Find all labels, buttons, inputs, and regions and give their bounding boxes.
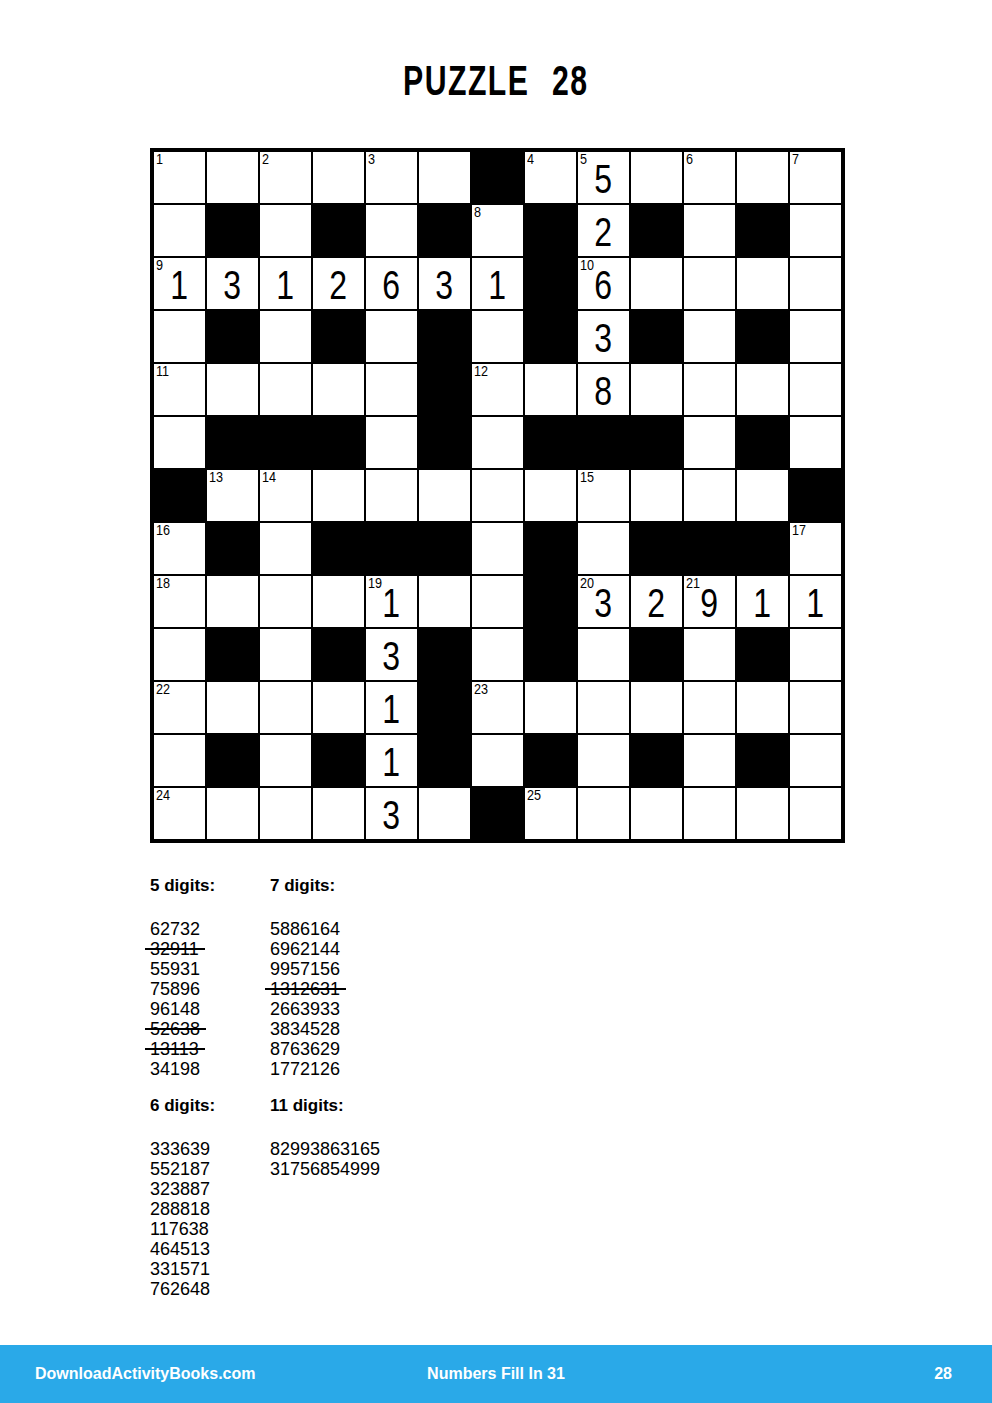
cell-6-5[interactable] [365, 416, 418, 469]
cell-12-3[interactable] [259, 734, 312, 787]
list-11-digits: 11 digits: 8299386316531756854999 [270, 1096, 380, 1179]
cell-5-9[interactable]: 8 [577, 363, 630, 416]
list-number-struck: 32911 [150, 939, 199, 959]
cell-4-9[interactable]: 3 [577, 310, 630, 363]
cell-11-9[interactable] [577, 681, 630, 734]
footer-website: DownloadActivityBooks.com [35, 1365, 255, 1383]
cell-2-7[interactable]: 8 [471, 204, 524, 257]
clue-number: 21 [686, 576, 700, 591]
cell-1-13[interactable]: 7 [789, 151, 842, 204]
list-number: 55931 [150, 959, 200, 979]
cell-9-5[interactable]: 191 [365, 575, 418, 628]
cell-9-11[interactable]: 219 [683, 575, 736, 628]
list-number: 552187 [150, 1159, 210, 1179]
cell-6-2 [206, 416, 259, 469]
cell-1-1[interactable]: 1 [153, 151, 206, 204]
cell-4-11[interactable] [683, 310, 736, 363]
cell-5-12[interactable] [736, 363, 789, 416]
list-number-struck: 52638 [150, 1019, 200, 1039]
cell-4-2 [206, 310, 259, 363]
clue-number: 3 [368, 152, 375, 167]
cell-9-4[interactable] [312, 575, 365, 628]
cell-12-8 [524, 734, 577, 787]
cell-6-7[interactable] [471, 416, 524, 469]
cell-7-13 [789, 469, 842, 522]
cell-7-8[interactable] [524, 469, 577, 522]
cell-8-3[interactable] [259, 522, 312, 575]
cell-digit: 1 [383, 686, 401, 729]
clue-number: 12 [474, 364, 488, 379]
cell-5-4[interactable] [312, 363, 365, 416]
cell-digit: 3 [224, 262, 242, 305]
cell-2-11[interactable] [683, 204, 736, 257]
cell-2-1[interactable] [153, 204, 206, 257]
cell-digit: 1 [807, 580, 825, 623]
cell-1-8[interactable]: 4 [524, 151, 577, 204]
cell-8-12 [736, 522, 789, 575]
cell-10-3[interactable] [259, 628, 312, 681]
cell-digit: 3 [595, 315, 613, 358]
clue-number: 8 [474, 205, 481, 220]
list-number: 34198 [150, 1059, 200, 1079]
cell-8-6 [418, 522, 471, 575]
cell-digit: 1 [171, 262, 189, 305]
cell-13-4[interactable] [312, 787, 365, 840]
cell-digit: 2 [330, 262, 348, 305]
cell-8-8 [524, 522, 577, 575]
list-number: 5886164 [270, 919, 340, 939]
cell-11-6 [418, 681, 471, 734]
page-title: PUZZLE 28 [0, 60, 992, 102]
cell-12-7[interactable] [471, 734, 524, 787]
cell-9-6[interactable] [418, 575, 471, 628]
list-heading-11-digits: 11 digits: [270, 1096, 380, 1116]
cell-1-10[interactable] [630, 151, 683, 204]
cell-12-4 [312, 734, 365, 787]
cell-13-3[interactable] [259, 787, 312, 840]
cell-6-13[interactable] [789, 416, 842, 469]
cell-2-8 [524, 204, 577, 257]
cell-5-13[interactable] [789, 363, 842, 416]
cell-11-3[interactable] [259, 681, 312, 734]
cell-4-6 [418, 310, 471, 363]
cell-7-12[interactable] [736, 469, 789, 522]
cell-1-4[interactable] [312, 151, 365, 204]
cell-digit: 5 [595, 156, 613, 199]
cell-6-8 [524, 416, 577, 469]
cell-3-6[interactable]: 3 [418, 257, 471, 310]
cell-digit: 1 [383, 739, 401, 782]
cell-11-7[interactable]: 23 [471, 681, 524, 734]
clue-number: 18 [156, 576, 170, 591]
cell-9-9[interactable]: 203 [577, 575, 630, 628]
cell-9-8 [524, 575, 577, 628]
cell-2-2 [206, 204, 259, 257]
cell-2-9[interactable]: 2 [577, 204, 630, 257]
cell-11-1[interactable]: 22 [153, 681, 206, 734]
cell-9-1[interactable]: 18 [153, 575, 206, 628]
cell-12-6 [418, 734, 471, 787]
cell-digit: 6 [383, 262, 401, 305]
list-number: 9957156 [270, 959, 340, 979]
footer-bar: DownloadActivityBooks.com Numbers Fill I… [0, 1345, 992, 1403]
cell-13-7 [471, 787, 524, 840]
cell-digit: 1 [754, 580, 772, 623]
cell-4-10 [630, 310, 683, 363]
clue-number: 5 [580, 152, 587, 167]
cell-3-5[interactable]: 6 [365, 257, 418, 310]
cell-13-1[interactable]: 24 [153, 787, 206, 840]
list-number: 82993863165 [270, 1139, 380, 1159]
cell-8-1[interactable]: 16 [153, 522, 206, 575]
cell-10-11[interactable] [683, 628, 736, 681]
cell-5-2[interactable] [206, 363, 259, 416]
cell-7-9[interactable]: 15 [577, 469, 630, 522]
cell-8-13[interactable]: 17 [789, 522, 842, 575]
cell-5-11[interactable] [683, 363, 736, 416]
cell-3-4[interactable]: 2 [312, 257, 365, 310]
cell-7-10[interactable] [630, 469, 683, 522]
cell-11-13[interactable] [789, 681, 842, 734]
cell-digit: 3 [383, 633, 401, 676]
cell-12-11[interactable] [683, 734, 736, 787]
cell-13-10[interactable] [630, 787, 683, 840]
cell-4-5[interactable] [365, 310, 418, 363]
cell-7-2[interactable]: 13 [206, 469, 259, 522]
cell-7-11[interactable] [683, 469, 736, 522]
list-heading-5-digits: 5 digits: [150, 876, 215, 896]
list-number: 2663933 [270, 999, 340, 1019]
cell-12-13[interactable] [789, 734, 842, 787]
cell-10-2 [206, 628, 259, 681]
cell-3-2[interactable]: 3 [206, 257, 259, 310]
cell-4-1[interactable] [153, 310, 206, 363]
list-number: 3834528 [270, 1019, 340, 1039]
list-number: 62732 [150, 919, 200, 939]
cell-8-9[interactable] [577, 522, 630, 575]
cell-digit: 2 [595, 209, 613, 252]
cell-13-13[interactable] [789, 787, 842, 840]
cell-digit: 8 [595, 368, 613, 411]
cell-6-10 [630, 416, 683, 469]
cell-4-7[interactable] [471, 310, 524, 363]
list-number: 331571 [150, 1259, 210, 1279]
clue-number: 16 [156, 523, 170, 538]
cell-13-12[interactable] [736, 787, 789, 840]
cell-1-3[interactable]: 2 [259, 151, 312, 204]
clue-number: 25 [527, 788, 541, 803]
cell-13-6[interactable] [418, 787, 471, 840]
footer-page-number: 28 [934, 1365, 952, 1383]
cell-6-11[interactable] [683, 416, 736, 469]
cell-3-10[interactable] [630, 257, 683, 310]
cell-10-8 [524, 628, 577, 681]
cell-10-9[interactable] [577, 628, 630, 681]
cell-12-1[interactable] [153, 734, 206, 787]
cell-1-6[interactable] [418, 151, 471, 204]
cell-2-10 [630, 204, 683, 257]
cell-1-5[interactable]: 3 [365, 151, 418, 204]
cell-10-4 [312, 628, 365, 681]
list-number-struck: 13113 [150, 1039, 199, 1059]
cell-10-7[interactable] [471, 628, 524, 681]
clue-number: 1 [156, 152, 163, 167]
puzzle-grid: 1234556782913126311063111281314151617181… [150, 148, 845, 843]
cell-8-2 [206, 522, 259, 575]
cell-11-5[interactable]: 1 [365, 681, 418, 734]
cell-6-12 [736, 416, 789, 469]
cell-9-3[interactable] [259, 575, 312, 628]
cell-13-9[interactable] [577, 787, 630, 840]
clue-number: 14 [262, 470, 276, 485]
clue-number: 4 [527, 152, 534, 167]
cell-9-7[interactable] [471, 575, 524, 628]
cell-2-4 [312, 204, 365, 257]
cell-5-1[interactable]: 11 [153, 363, 206, 416]
cell-11-10[interactable] [630, 681, 683, 734]
cell-3-12[interactable] [736, 257, 789, 310]
cell-1-9[interactable]: 55 [577, 151, 630, 204]
cell-5-5[interactable] [365, 363, 418, 416]
cell-11-4[interactable] [312, 681, 365, 734]
cell-10-6 [418, 628, 471, 681]
cell-digit: 3 [595, 580, 613, 623]
cell-1-11[interactable]: 6 [683, 151, 736, 204]
cell-5-6 [418, 363, 471, 416]
cell-7-6[interactable] [418, 469, 471, 522]
clue-number: 22 [156, 682, 170, 697]
list-number: 117638 [150, 1219, 209, 1239]
cell-8-4 [312, 522, 365, 575]
cell-3-13[interactable] [789, 257, 842, 310]
clue-number: 11 [156, 364, 169, 379]
cell-3-3[interactable]: 1 [259, 257, 312, 310]
cell-5-7[interactable]: 12 [471, 363, 524, 416]
cell-1-12[interactable] [736, 151, 789, 204]
cell-12-9[interactable] [577, 734, 630, 787]
list-heading-7-digits: 7 digits: [270, 876, 340, 896]
cell-6-3 [259, 416, 312, 469]
cell-4-4 [312, 310, 365, 363]
cell-13-2[interactable] [206, 787, 259, 840]
clue-number: 6 [686, 152, 693, 167]
cell-5-8[interactable] [524, 363, 577, 416]
cell-7-1 [153, 469, 206, 522]
clue-number: 23 [474, 682, 488, 697]
cell-4-13[interactable] [789, 310, 842, 363]
cell-7-4[interactable] [312, 469, 365, 522]
cell-7-5[interactable] [365, 469, 418, 522]
clue-number: 17 [792, 523, 806, 538]
cell-6-4 [312, 416, 365, 469]
cell-2-6 [418, 204, 471, 257]
cell-7-3[interactable]: 14 [259, 469, 312, 522]
list-number: 6962144 [270, 939, 340, 959]
cell-8-7[interactable] [471, 522, 524, 575]
cell-digit: 1 [383, 580, 401, 623]
cell-5-10[interactable] [630, 363, 683, 416]
cell-7-7[interactable] [471, 469, 524, 522]
list-heading-6-digits: 6 digits: [150, 1096, 215, 1116]
cell-3-1[interactable]: 91 [153, 257, 206, 310]
cell-12-5[interactable]: 1 [365, 734, 418, 787]
cell-digit: 9 [701, 580, 719, 623]
list-6-digits: 6 digits: 333639552187323887288818117638… [150, 1096, 215, 1299]
cell-12-12 [736, 734, 789, 787]
cell-13-8[interactable]: 25 [524, 787, 577, 840]
cell-9-2[interactable] [206, 575, 259, 628]
cell-6-1[interactable] [153, 416, 206, 469]
cell-9-10[interactable]: 2 [630, 575, 683, 628]
cell-3-7[interactable]: 1 [471, 257, 524, 310]
cell-4-8 [524, 310, 577, 363]
clue-number: 2 [262, 152, 269, 167]
cell-8-5 [365, 522, 418, 575]
cell-1-2[interactable] [206, 151, 259, 204]
cell-3-11[interactable] [683, 257, 736, 310]
cell-5-3[interactable] [259, 363, 312, 416]
list-number: 762648 [150, 1279, 210, 1299]
list-number: 8763629 [270, 1039, 340, 1059]
list-number: 1772126 [270, 1059, 340, 1079]
clue-number: 10 [580, 258, 594, 273]
cell-digit: 2 [648, 580, 666, 623]
clue-number: 9 [156, 258, 163, 273]
cell-11-2[interactable] [206, 681, 259, 734]
cell-digit: 3 [436, 262, 454, 305]
clue-number: 7 [792, 152, 799, 167]
cell-10-5[interactable]: 3 [365, 628, 418, 681]
cell-digit: 6 [595, 262, 613, 305]
cell-digit: 1 [277, 262, 295, 305]
cell-10-10 [630, 628, 683, 681]
cell-8-10 [630, 522, 683, 575]
cell-11-11[interactable] [683, 681, 736, 734]
cell-10-1[interactable] [153, 628, 206, 681]
cell-3-8 [524, 257, 577, 310]
cell-12-10 [630, 734, 683, 787]
cell-digit: 3 [383, 792, 401, 835]
cell-2-3[interactable] [259, 204, 312, 257]
cell-10-12 [736, 628, 789, 681]
cell-9-12[interactable]: 1 [736, 575, 789, 628]
clue-number: 20 [580, 576, 594, 591]
list-number: 31756854999 [270, 1159, 380, 1179]
cell-6-6 [418, 416, 471, 469]
cell-13-11[interactable] [683, 787, 736, 840]
list-number-struck: 1312631 [270, 979, 340, 999]
cell-4-12 [736, 310, 789, 363]
cell-13-5[interactable]: 3 [365, 787, 418, 840]
cell-10-13[interactable] [789, 628, 842, 681]
list-number: 333639 [150, 1139, 210, 1159]
list-number: 323887 [150, 1179, 210, 1199]
cell-digit: 1 [489, 262, 507, 305]
cell-2-12 [736, 204, 789, 257]
cell-11-8[interactable] [524, 681, 577, 734]
clue-number: 15 [580, 470, 594, 485]
cell-6-9 [577, 416, 630, 469]
cell-11-12[interactable] [736, 681, 789, 734]
puzzle-page: PUZZLE 28 123455678291312631106311128131… [0, 0, 992, 1403]
clue-number: 13 [209, 470, 223, 485]
clue-number: 24 [156, 788, 170, 803]
list-number: 75896 [150, 979, 200, 999]
cell-2-13[interactable] [789, 204, 842, 257]
clue-number: 19 [368, 576, 382, 591]
cell-3-9[interactable]: 106 [577, 257, 630, 310]
cell-2-5[interactable] [365, 204, 418, 257]
cell-1-7 [471, 151, 524, 204]
list-7-digits: 7 digits: 588616469621449957156131263126… [270, 876, 340, 1079]
list-number: 288818 [150, 1199, 210, 1219]
list-5-digits: 5 digits: 627323291155931758969614852638… [150, 876, 215, 1079]
cell-8-11 [683, 522, 736, 575]
cell-9-13[interactable]: 1 [789, 575, 842, 628]
cell-12-2 [206, 734, 259, 787]
list-number: 96148 [150, 999, 200, 1019]
cell-4-3[interactable] [259, 310, 312, 363]
list-number: 464513 [150, 1239, 210, 1259]
